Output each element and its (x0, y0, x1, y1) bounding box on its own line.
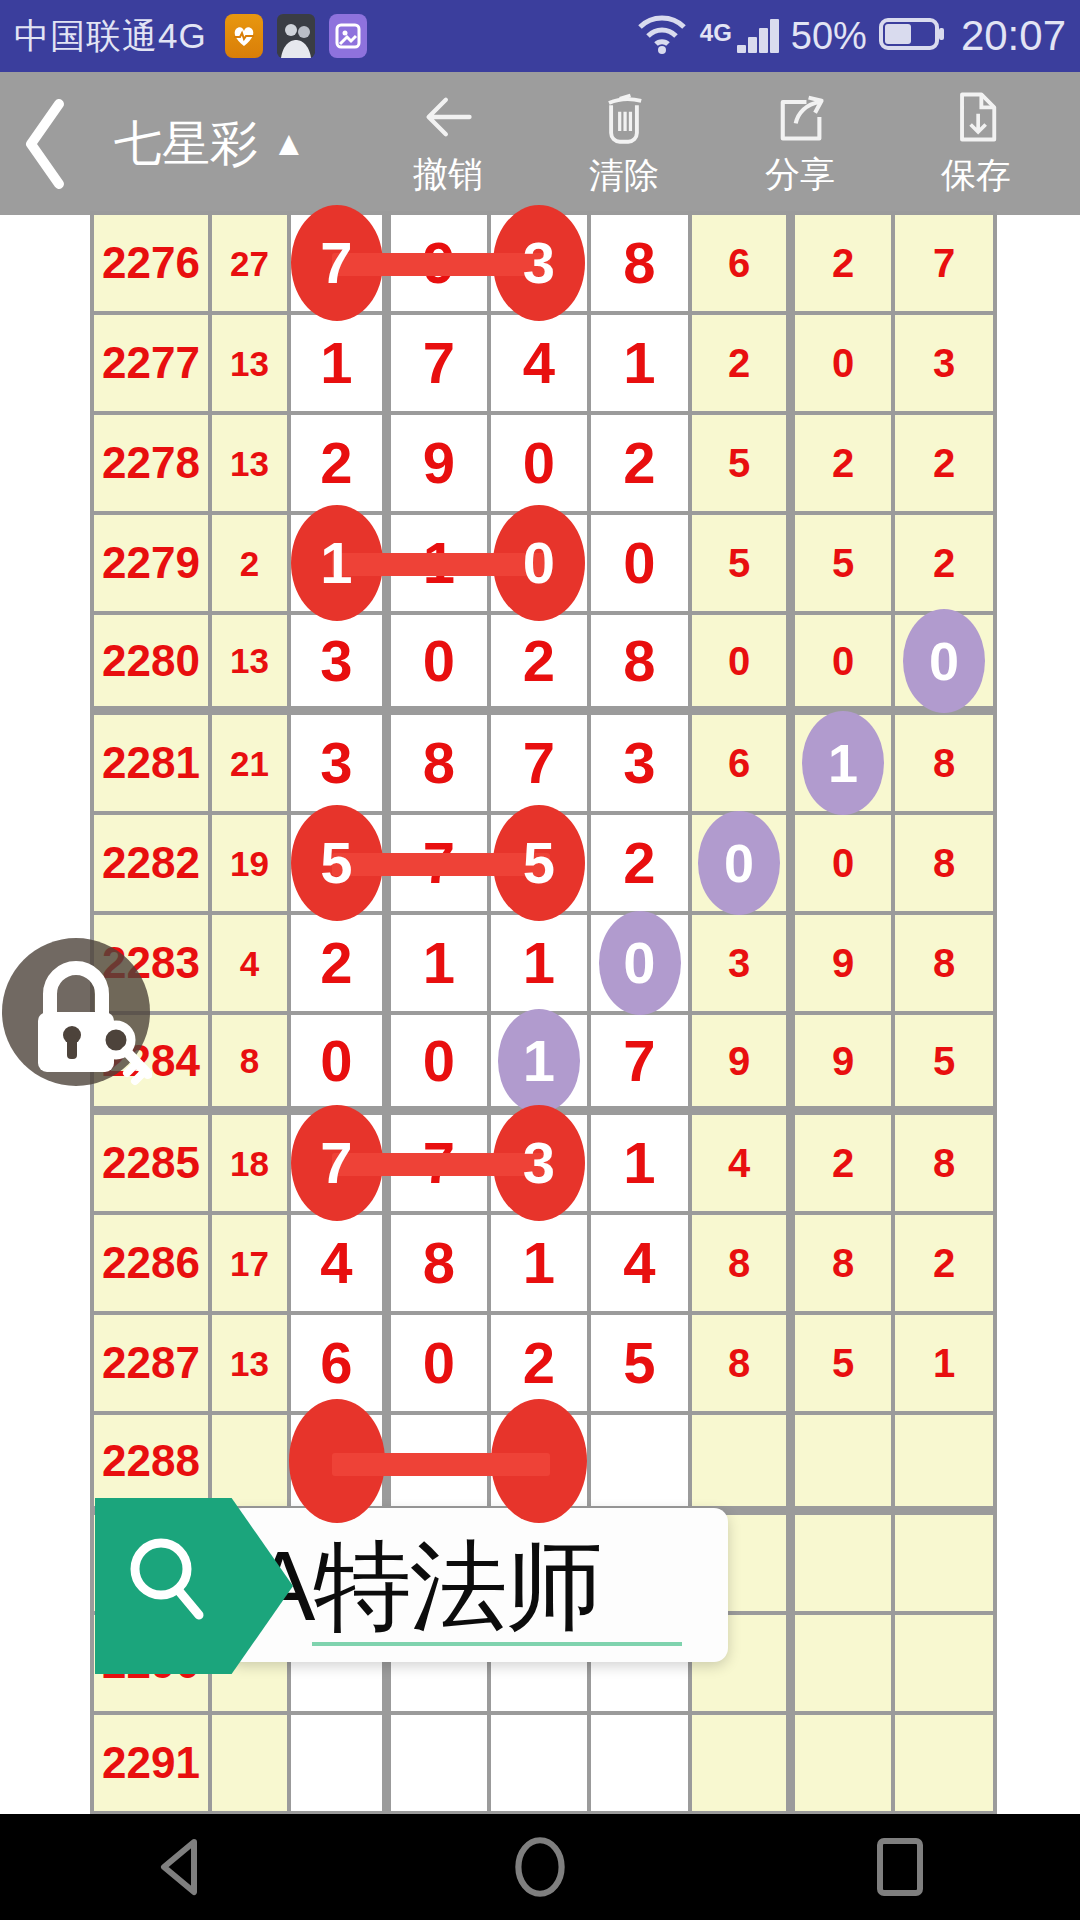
toolbar-actions: 撤销 清除 分享 保存 (360, 72, 1080, 215)
digit-cell-2279-4[interactable]: 0 (591, 515, 692, 615)
chart-row-2284: 228480017995 (94, 1015, 997, 1115)
connector-line (332, 553, 550, 576)
digit-cell-2283-2[interactable]: 1 (391, 915, 491, 1015)
period-cell-2281: 2281 (94, 715, 212, 815)
health-app-icon (225, 14, 263, 58)
digit-cell-2281-2[interactable]: 8 (391, 715, 491, 815)
digit-cell-2283-3[interactable]: 1 (491, 915, 591, 1015)
undo-icon (419, 89, 477, 145)
digit-cell-2277-2[interactable]: 7 (391, 315, 491, 415)
digit-cell-2278-2[interactable]: 9 (391, 415, 491, 515)
digit-cell-2279-7[interactable]: 2 (895, 515, 997, 615)
digit-cell-2277-4[interactable]: 1 (591, 315, 692, 415)
digit-cell-2276-6[interactable]: 2 (795, 215, 895, 315)
digit-cell-2284-7[interactable]: 5 (895, 1015, 997, 1115)
digit-cell-2291-5[interactable] (692, 1715, 795, 1815)
digit-cell-2283-6[interactable]: 9 (795, 915, 895, 1015)
digit-cell-2287-6[interactable]: 5 (795, 1315, 895, 1415)
digit-cell-2281-4[interactable]: 3 (591, 715, 692, 815)
digit-cell-2278-6[interactable]: 2 (795, 415, 895, 515)
digit-cell-2286-5[interactable]: 8 (692, 1215, 795, 1315)
digit-cell-2281-7[interactable]: 8 (895, 715, 997, 815)
chevron-left-icon (19, 96, 71, 192)
page-title: 七星彩 (114, 112, 258, 176)
watermark-text: A特法师 (250, 1522, 601, 1654)
period-cell-2291: 2291 (94, 1715, 212, 1815)
digit-cell-2291-3[interactable] (491, 1715, 591, 1815)
digit-cell-2280-6[interactable]: 0 (795, 615, 895, 715)
digit-cell-2288-7[interactable] (895, 1415, 997, 1515)
chart-row-2282: 2282195752008 (94, 815, 997, 915)
digit-cell-2278-5[interactable]: 5 (692, 415, 795, 515)
sum-cell-2278: 13 (212, 415, 291, 515)
trash-icon (596, 88, 652, 146)
period-cell-2279: 2279 (94, 515, 212, 615)
digit-cell-2291-1[interactable] (291, 1715, 391, 1815)
period-cell-2285: 2285 (94, 1115, 212, 1215)
digit-cell-2277-7[interactable]: 3 (895, 315, 997, 415)
sum-cell-2291 (212, 1715, 291, 1815)
digit-cell-2287-7[interactable]: 1 (895, 1315, 997, 1415)
digit-cell-2291-7[interactable] (895, 1715, 997, 1815)
period-cell-2282: 2282 (94, 815, 212, 915)
chart-row-2279: 227921100552 (94, 515, 997, 615)
save-icon (949, 88, 1003, 146)
watermark-underline (312, 1642, 682, 1646)
gallery-app-icon (329, 14, 367, 58)
chart-row-2285: 2285187731428 (94, 1115, 997, 1215)
digit-cell-2278-4[interactable]: 2 (591, 415, 692, 515)
carrier-label: 中国联通4G (14, 13, 207, 60)
undo-button[interactable]: 撤销 (360, 72, 536, 215)
digit-cell-2287-4[interactable]: 5 (591, 1315, 692, 1415)
digit-cell-2287-2[interactable]: 0 (391, 1315, 491, 1415)
home-circle-icon (511, 1832, 569, 1902)
digit-cell-2284-2[interactable]: 0 (391, 1015, 491, 1115)
digit-cell-2276-7[interactable]: 7 (895, 215, 997, 315)
sum-cell-2281: 21 (212, 715, 291, 815)
digit-cell-2284-4[interactable]: 7 (591, 1015, 692, 1115)
digit-cell-2285-6[interactable]: 2 (795, 1115, 895, 1215)
digit-cell-2288-6[interactable] (795, 1415, 895, 1515)
digit-cell-2284-6[interactable]: 9 (795, 1015, 895, 1115)
digit-cell-2283-5[interactable]: 3 (692, 915, 795, 1015)
digit-cell-2280-1[interactable]: 3 (291, 615, 391, 715)
chart-row-2286: 2286174814882 (94, 1215, 997, 1315)
digit-cell-2277-5[interactable]: 2 (692, 315, 795, 415)
digit-cell-2277-1[interactable]: 1 (291, 315, 391, 415)
padlock-key-icon (0, 936, 152, 1088)
digit-cell-2281-6[interactable]: 1 (795, 715, 895, 815)
digit-cell-2280-3[interactable]: 2 (491, 615, 591, 715)
digit-cell-2290-6[interactable] (795, 1615, 895, 1715)
chart-row-2281: 2281213873618 (94, 715, 997, 815)
digit-cell-2280-7[interactable]: 0 (895, 615, 997, 715)
chart-row-2277: 2277131741203 (94, 315, 997, 415)
toolbar: 七星彩 ▲ 撤销 清除 分享 保存 (0, 72, 1080, 215)
digit-cell-2285-5[interactable]: 4 (692, 1115, 795, 1215)
collapse-triangle-icon: ▲ (272, 124, 306, 163)
period-cell-2280: 2280 (94, 615, 212, 715)
chart-row-2283: 228342110398 (94, 915, 997, 1015)
digit-cell-2276-5[interactable]: 6 (692, 215, 795, 315)
nav-recents-button[interactable] (720, 1814, 1080, 1920)
period-cell-2278: 2278 (94, 415, 212, 515)
digit-cell-2286-2[interactable]: 8 (391, 1215, 491, 1315)
digit-cell-2280-5[interactable]: 0 (692, 615, 795, 715)
sum-cell-2279: 2 (212, 515, 291, 615)
back-triangle-icon (151, 1834, 209, 1900)
lock-float-button[interactable] (0, 936, 152, 1088)
nav-back-button[interactable] (0, 1814, 360, 1920)
android-nav-bar (0, 1814, 1080, 1920)
wifi-icon (636, 13, 688, 59)
share-icon (772, 89, 828, 145)
digit-cell-2278-3[interactable]: 0 (491, 415, 591, 515)
chart-row-2291: 2291 (94, 1715, 997, 1815)
sum-cell-2286: 17 (212, 1215, 291, 1315)
digit-cell-2291-6[interactable] (795, 1715, 895, 1815)
connector-line (332, 1453, 550, 1476)
chart-row-2276: 2276277938627 (94, 215, 997, 315)
digit-cell-2287-5[interactable]: 8 (692, 1315, 795, 1415)
sum-cell-2284: 8 (212, 1015, 291, 1115)
sum-cell-2282: 19 (212, 815, 291, 915)
digit-cell-2284-5[interactable]: 9 (692, 1015, 795, 1115)
digit-cell-2288-4[interactable] (591, 1415, 692, 1515)
clock: 20:07 (961, 12, 1066, 60)
digit-cell-2282-5[interactable]: 0 (692, 815, 795, 915)
watermark-box: A特法师 (228, 1508, 728, 1662)
digit-cell-2282-6[interactable]: 0 (795, 815, 895, 915)
period-cell-2277: 2277 (94, 315, 212, 415)
digit-cell-2281-5[interactable]: 6 (692, 715, 795, 815)
digit-cell-2283-1[interactable]: 2 (291, 915, 391, 1015)
save-button[interactable]: 保存 (888, 72, 1064, 215)
sum-cell-2276: 27 (212, 215, 291, 315)
digit-cell-2286-4[interactable]: 4 (591, 1215, 692, 1315)
sum-cell-2287: 13 (212, 1315, 291, 1415)
clear-button[interactable]: 清除 (536, 72, 712, 215)
digit-cell-2283-4[interactable]: 0 (591, 915, 692, 1015)
digit-cell-2282-7[interactable]: 8 (895, 815, 997, 915)
signal-4g-icon: 4G (700, 19, 779, 53)
chart-row-2280: 2280133028000 (94, 615, 997, 715)
connector-line (332, 1153, 550, 1176)
digit-cell-2281-1[interactable]: 3 (291, 715, 391, 815)
period-cell-2286: 2286 (94, 1215, 212, 1315)
search-icon (117, 1531, 227, 1641)
photo-thumbnail-icon (277, 14, 315, 58)
battery-percent: 50% (791, 15, 867, 58)
digit-cell-2288-5[interactable] (692, 1415, 795, 1515)
sum-cell-2283: 4 (212, 915, 291, 1015)
digit-cell-2277-3[interactable]: 4 (491, 315, 591, 415)
battery-icon (879, 16, 945, 56)
digit-cell-2278-7[interactable]: 2 (895, 415, 997, 515)
period-cell-2287: 2287 (94, 1315, 212, 1415)
digit-cell-2283-7[interactable]: 8 (895, 915, 997, 1015)
digit-cell-2291-2[interactable] (391, 1715, 491, 1815)
chart-type-selector[interactable]: 七星彩 ▲ (114, 112, 306, 176)
digit-cell-2284-1[interactable]: 0 (291, 1015, 391, 1115)
digit-cell-2280-2[interactable]: 0 (391, 615, 491, 715)
app-screen: 中国联通4G 4G (0, 0, 1080, 1920)
digit-cell-2284-3[interactable]: 1 (491, 1015, 591, 1115)
digit-cell-2291-4[interactable] (591, 1715, 692, 1815)
back-button[interactable] (0, 84, 90, 204)
digit-cell-2279-5[interactable]: 5 (692, 515, 795, 615)
sum-cell-2280: 13 (212, 615, 291, 715)
digit-cell-2286-3[interactable]: 1 (491, 1215, 591, 1315)
digit-cell-2281-3[interactable]: 7 (491, 715, 591, 815)
period-cell-2276: 2276 (94, 215, 212, 315)
notification-icons (225, 14, 367, 58)
digit-cell-2282-4[interactable]: 2 (591, 815, 692, 915)
digit-cell-2285-7[interactable]: 8 (895, 1115, 997, 1215)
connector-line (332, 853, 550, 876)
digit-cell-2286-7[interactable]: 2 (895, 1215, 997, 1315)
share-button[interactable]: 分享 (712, 72, 888, 215)
digit-cell-2289-7[interactable] (895, 1515, 997, 1615)
sum-cell-2285: 18 (212, 1115, 291, 1215)
recents-square-icon (873, 1834, 927, 1900)
sum-cell-2277: 13 (212, 315, 291, 415)
digit-cell-2280-4[interactable]: 8 (591, 615, 692, 715)
nav-home-button[interactable] (360, 1814, 720, 1920)
digit-cell-2278-1[interactable]: 2 (291, 415, 391, 515)
digit-cell-2286-1[interactable]: 4 (291, 1215, 391, 1315)
digit-cell-2289-6[interactable] (795, 1515, 895, 1615)
connector-line (332, 253, 550, 276)
status-bar: 中国联通4G 4G (0, 0, 1080, 72)
digit-cell-2290-7[interactable] (895, 1615, 997, 1715)
digit-cell-2277-6[interactable]: 0 (795, 315, 895, 415)
digit-cell-2285-4[interactable]: 1 (591, 1115, 692, 1215)
digit-cell-2279-6[interactable]: 5 (795, 515, 895, 615)
digit-cell-2276-4[interactable]: 8 (591, 215, 692, 315)
chart-row-2278: 2278132902522 (94, 415, 997, 515)
digit-cell-2286-6[interactable]: 8 (795, 1215, 895, 1315)
